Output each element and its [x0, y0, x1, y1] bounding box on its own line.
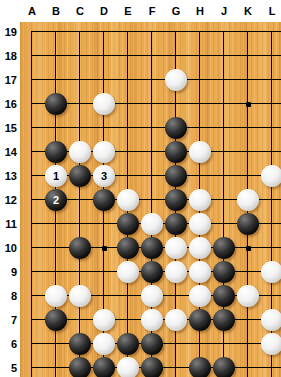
stone-white-E12[interactable]: [117, 189, 139, 211]
intersection-J9[interactable]: [212, 260, 236, 284]
intersection-H18[interactable]: [188, 44, 212, 68]
intersection-A11[interactable]: [20, 212, 44, 236]
intersection-A9[interactable]: [20, 260, 44, 284]
intersection-J14[interactable]: [212, 140, 236, 164]
intersection-J10[interactable]: [212, 236, 236, 260]
intersection-D9[interactable]: [92, 260, 116, 284]
col-label-D: D: [92, 2, 116, 20]
col-label-E: E: [116, 2, 140, 20]
intersection-D11[interactable]: [92, 212, 116, 236]
intersection-A16[interactable]: [20, 92, 44, 116]
intersection-E14[interactable]: [116, 140, 140, 164]
intersection-B18[interactable]: [44, 44, 68, 68]
intersection-E10[interactable]: [116, 236, 140, 260]
stone-white-C14[interactable]: [69, 141, 91, 163]
intersection-A14[interactable]: [20, 140, 44, 164]
intersection-B14[interactable]: [44, 140, 68, 164]
intersection-K18[interactable]: [236, 44, 260, 68]
intersection-D8[interactable]: [92, 284, 116, 308]
intersection-G14[interactable]: [164, 140, 188, 164]
stone-black-F5[interactable]: [141, 357, 163, 377]
intersection-F19[interactable]: [140, 20, 164, 44]
intersection-D10[interactable]: [92, 236, 116, 260]
stone-black-J9[interactable]: [213, 261, 235, 283]
intersection-E8[interactable]: [116, 284, 140, 308]
intersection-E16[interactable]: [116, 92, 140, 116]
intersection-F10[interactable]: [140, 236, 164, 260]
intersection-C5[interactable]: [68, 356, 92, 377]
stone-white-D7[interactable]: [93, 309, 115, 331]
intersection-B16[interactable]: [44, 92, 68, 116]
intersection-F7[interactable]: [140, 308, 164, 332]
stone-white-D6[interactable]: [93, 333, 115, 355]
row-label-6: 6: [0, 332, 17, 356]
intersection-E15[interactable]: [116, 116, 140, 140]
go-board-grid[interactable]: 132: [20, 20, 281, 377]
row-label-19: 19: [0, 20, 17, 44]
stone-white-H12[interactable]: [189, 189, 211, 211]
row-label-12: 12: [0, 188, 17, 212]
intersection-G12[interactable]: [164, 188, 188, 212]
intersection-H9[interactable]: [188, 260, 212, 284]
stone-white-G7[interactable]: [165, 309, 187, 331]
stone-black-J7[interactable]: [213, 309, 235, 331]
intersection-L9[interactable]: [260, 260, 281, 284]
intersection-J5[interactable]: [212, 356, 236, 377]
intersection-C13[interactable]: [68, 164, 92, 188]
stone-white-E5[interactable]: [117, 357, 139, 377]
intersection-H11[interactable]: [188, 212, 212, 236]
intersection-E19[interactable]: [116, 20, 140, 44]
col-label-B: B: [44, 2, 68, 20]
col-label-C: C: [68, 2, 92, 20]
intersection-K14[interactable]: [236, 140, 260, 164]
intersection-A7[interactable]: [20, 308, 44, 332]
stone-black-C6[interactable]: [69, 333, 91, 355]
intersection-H19[interactable]: [188, 20, 212, 44]
go-diagram: ABCDEFGHJKL 1918171615141312111098765 13…: [0, 0, 281, 377]
stone-black-D5[interactable]: [93, 357, 115, 377]
stone-white-B13[interactable]: 1: [45, 165, 67, 187]
stone-black-C13[interactable]: [69, 165, 91, 187]
intersection-G7[interactable]: [164, 308, 188, 332]
intersection-D13[interactable]: 3: [92, 164, 116, 188]
intersection-E11[interactable]: [116, 212, 140, 236]
intersection-F17[interactable]: [140, 68, 164, 92]
stone-white-L7[interactable]: [261, 309, 281, 331]
stone-black-J5[interactable]: [213, 357, 235, 377]
intersection-H7[interactable]: [188, 308, 212, 332]
intersection-C8[interactable]: [68, 284, 92, 308]
intersection-K13[interactable]: [236, 164, 260, 188]
stone-black-J10[interactable]: [213, 237, 235, 259]
stone-black-G15[interactable]: [165, 117, 187, 139]
col-label-F: F: [140, 2, 164, 20]
intersection-G16[interactable]: [164, 92, 188, 116]
intersection-G8[interactable]: [164, 284, 188, 308]
col-label-A: A: [20, 2, 44, 20]
intersection-F11[interactable]: [140, 212, 164, 236]
intersection-L15[interactable]: [260, 116, 281, 140]
stone-white-F7[interactable]: [141, 309, 163, 331]
stone-white-D14[interactable]: [93, 141, 115, 163]
intersection-G6[interactable]: [164, 332, 188, 356]
row-label-5: 5: [0, 356, 17, 377]
intersection-G19[interactable]: [164, 20, 188, 44]
intersection-F9[interactable]: [140, 260, 164, 284]
intersection-L8[interactable]: [260, 284, 281, 308]
stone-white-H11[interactable]: [189, 213, 211, 235]
intersection-J17[interactable]: [212, 68, 236, 92]
intersection-C6[interactable]: [68, 332, 92, 356]
intersection-E18[interactable]: [116, 44, 140, 68]
stone-white-L6[interactable]: [261, 333, 281, 355]
intersection-B11[interactable]: [44, 212, 68, 236]
move-label-3: 3: [101, 171, 107, 182]
intersection-G13[interactable]: [164, 164, 188, 188]
stone-black-C10[interactable]: [69, 237, 91, 259]
stone-white-H9[interactable]: [189, 261, 211, 283]
row-label-8: 8: [0, 284, 17, 308]
row-label-9: 9: [0, 260, 17, 284]
intersection-H16[interactable]: [188, 92, 212, 116]
intersection-A15[interactable]: [20, 116, 44, 140]
intersection-A18[interactable]: [20, 44, 44, 68]
col-label-H: H: [188, 2, 212, 20]
stone-white-K8[interactable]: [237, 285, 259, 307]
intersection-K8[interactable]: [236, 284, 260, 308]
stone-black-G11[interactable]: [165, 213, 187, 235]
intersection-B8[interactable]: [44, 284, 68, 308]
row-label-17: 17: [0, 68, 17, 92]
intersection-L12[interactable]: [260, 188, 281, 212]
intersection-C9[interactable]: [68, 260, 92, 284]
intersection-J16[interactable]: [212, 92, 236, 116]
stone-white-D13[interactable]: 3: [93, 165, 115, 187]
intersection-B10[interactable]: [44, 236, 68, 260]
intersection-J18[interactable]: [212, 44, 236, 68]
intersection-K12[interactable]: [236, 188, 260, 212]
intersection-D7[interactable]: [92, 308, 116, 332]
intersection-J19[interactable]: [212, 20, 236, 44]
intersection-C11[interactable]: [68, 212, 92, 236]
intersection-F16[interactable]: [140, 92, 164, 116]
move-label-2: 2: [53, 195, 59, 206]
stone-black-E11[interactable]: [117, 213, 139, 235]
intersection-K16[interactable]: [236, 92, 260, 116]
star-point-K10: [246, 246, 251, 251]
intersection-L13[interactable]: [260, 164, 281, 188]
intersection-H15[interactable]: [188, 116, 212, 140]
intersection-H6[interactable]: [188, 332, 212, 356]
stone-white-G9[interactable]: [165, 261, 187, 283]
row-label-15: 15: [0, 116, 17, 140]
intersection-H12[interactable]: [188, 188, 212, 212]
star-point-K16: [246, 102, 251, 107]
intersection-F5[interactable]: [140, 356, 164, 377]
stone-white-L9[interactable]: [261, 261, 281, 283]
intersection-C16[interactable]: [68, 92, 92, 116]
intersection-E7[interactable]: [116, 308, 140, 332]
intersection-G9[interactable]: [164, 260, 188, 284]
intersection-L14[interactable]: [260, 140, 281, 164]
stone-black-E6[interactable]: [117, 333, 139, 355]
intersection-F18[interactable]: [140, 44, 164, 68]
stone-black-E10[interactable]: [117, 237, 139, 259]
intersection-F8[interactable]: [140, 284, 164, 308]
intersection-D17[interactable]: [92, 68, 116, 92]
intersection-D19[interactable]: [92, 20, 116, 44]
intersection-K11[interactable]: [236, 212, 260, 236]
intersection-B13[interactable]: 1: [44, 164, 68, 188]
row-label-18: 18: [0, 44, 17, 68]
intersection-K9[interactable]: [236, 260, 260, 284]
intersection-C18[interactable]: [68, 44, 92, 68]
stone-white-K12[interactable]: [237, 189, 259, 211]
col-label-K: K: [236, 2, 260, 20]
col-label-L: L: [260, 2, 281, 20]
stone-black-B12[interactable]: 2: [45, 189, 67, 211]
intersection-A5[interactable]: [20, 356, 44, 377]
stone-black-K11[interactable]: [237, 213, 259, 235]
intersection-A6[interactable]: [20, 332, 44, 356]
intersection-C12[interactable]: [68, 188, 92, 212]
intersection-E5[interactable]: [116, 356, 140, 377]
intersection-J13[interactable]: [212, 164, 236, 188]
intersection-C7[interactable]: [68, 308, 92, 332]
row-label-7: 7: [0, 308, 17, 332]
intersection-J8[interactable]: [212, 284, 236, 308]
intersection-L6[interactable]: [260, 332, 281, 356]
intersection-H5[interactable]: [188, 356, 212, 377]
intersection-G5[interactable]: [164, 356, 188, 377]
stone-black-B14[interactable]: [45, 141, 67, 163]
stone-white-F11[interactable]: [141, 213, 163, 235]
row-label-11: 11: [0, 212, 17, 236]
stone-white-F8[interactable]: [141, 285, 163, 307]
intersection-J11[interactable]: [212, 212, 236, 236]
intersection-B17[interactable]: [44, 68, 68, 92]
intersection-C14[interactable]: [68, 140, 92, 164]
intersection-E12[interactable]: [116, 188, 140, 212]
row-label-13: 13: [0, 164, 17, 188]
stone-black-D12[interactable]: [93, 189, 115, 211]
intersection-A10[interactable]: [20, 236, 44, 260]
intersection-E17[interactable]: [116, 68, 140, 92]
intersection-G15[interactable]: [164, 116, 188, 140]
stone-white-C8[interactable]: [69, 285, 91, 307]
stone-black-G13[interactable]: [165, 165, 187, 187]
intersection-H10[interactable]: [188, 236, 212, 260]
stone-white-B8[interactable]: [45, 285, 67, 307]
intersection-H14[interactable]: [188, 140, 212, 164]
stone-black-F9[interactable]: [141, 261, 163, 283]
intersection-L17[interactable]: [260, 68, 281, 92]
intersection-A19[interactable]: [20, 20, 44, 44]
intersection-E9[interactable]: [116, 260, 140, 284]
stone-white-H14[interactable]: [189, 141, 211, 163]
intersection-D18[interactable]: [92, 44, 116, 68]
intersection-C19[interactable]: [68, 20, 92, 44]
row-label-14: 14: [0, 140, 17, 164]
intersection-J7[interactable]: [212, 308, 236, 332]
intersection-K15[interactable]: [236, 116, 260, 140]
intersection-G17[interactable]: [164, 68, 188, 92]
intersection-G18[interactable]: [164, 44, 188, 68]
intersection-L10[interactable]: [260, 236, 281, 260]
intersection-C15[interactable]: [68, 116, 92, 140]
stone-black-H5[interactable]: [189, 357, 211, 377]
move-label-1: 1: [53, 171, 59, 182]
intersection-A13[interactable]: [20, 164, 44, 188]
intersection-J6[interactable]: [212, 332, 236, 356]
stone-black-H7[interactable]: [189, 309, 211, 331]
intersection-A12[interactable]: [20, 188, 44, 212]
intersection-B19[interactable]: [44, 20, 68, 44]
intersection-E13[interactable]: [116, 164, 140, 188]
col-label-J: J: [212, 2, 236, 20]
intersection-K10[interactable]: [236, 236, 260, 260]
stone-white-H8[interactable]: [189, 285, 211, 307]
intersection-L5[interactable]: [260, 356, 281, 377]
stone-black-B16[interactable]: [45, 93, 67, 115]
stone-white-D16[interactable]: [93, 93, 115, 115]
intersection-H17[interactable]: [188, 68, 212, 92]
intersection-F15[interactable]: [140, 116, 164, 140]
stone-black-G14[interactable]: [165, 141, 187, 163]
intersection-F12[interactable]: [140, 188, 164, 212]
intersection-B6[interactable]: [44, 332, 68, 356]
stone-black-B7[interactable]: [45, 309, 67, 331]
intersection-A17[interactable]: [20, 68, 44, 92]
stone-white-H10[interactable]: [189, 237, 211, 259]
intersection-D6[interactable]: [92, 332, 116, 356]
star-point-D10: [102, 246, 107, 251]
row-label-10: 10: [0, 236, 17, 260]
intersection-D14[interactable]: [92, 140, 116, 164]
stone-white-G17[interactable]: [165, 69, 187, 91]
stone-black-F6[interactable]: [141, 333, 163, 355]
intersection-D15[interactable]: [92, 116, 116, 140]
stone-black-J8[interactable]: [213, 285, 235, 307]
intersection-G10[interactable]: [164, 236, 188, 260]
intersection-A8[interactable]: [20, 284, 44, 308]
intersection-F14[interactable]: [140, 140, 164, 164]
intersection-B12[interactable]: 2: [44, 188, 68, 212]
stone-white-G10[interactable]: [165, 237, 187, 259]
intersection-K19[interactable]: [236, 20, 260, 44]
intersection-K5[interactable]: [236, 356, 260, 377]
intersection-C17[interactable]: [68, 68, 92, 92]
stone-white-E9[interactable]: [117, 261, 139, 283]
intersection-F13[interactable]: [140, 164, 164, 188]
intersection-G11[interactable]: [164, 212, 188, 236]
intersection-H13[interactable]: [188, 164, 212, 188]
intersection-E6[interactable]: [116, 332, 140, 356]
row-label-16: 16: [0, 92, 17, 116]
intersection-C10[interactable]: [68, 236, 92, 260]
intersection-L18[interactable]: [260, 44, 281, 68]
intersection-J15[interactable]: [212, 116, 236, 140]
intersection-J12[interactable]: [212, 188, 236, 212]
intersection-K17[interactable]: [236, 68, 260, 92]
intersection-B9[interactable]: [44, 260, 68, 284]
intersection-B5[interactable]: [44, 356, 68, 377]
intersection-B7[interactable]: [44, 308, 68, 332]
intersection-D12[interactable]: [92, 188, 116, 212]
intersection-D16[interactable]: [92, 92, 116, 116]
stone-black-C5[interactable]: [69, 357, 91, 377]
stone-black-G12[interactable]: [165, 189, 187, 211]
intersection-K6[interactable]: [236, 332, 260, 356]
intersection-L7[interactable]: [260, 308, 281, 332]
intersection-B15[interactable]: [44, 116, 68, 140]
intersection-L16[interactable]: [260, 92, 281, 116]
intersection-F6[interactable]: [140, 332, 164, 356]
stone-black-F10[interactable]: [141, 237, 163, 259]
col-label-G: G: [164, 2, 188, 20]
intersection-H8[interactable]: [188, 284, 212, 308]
intersection-L11[interactable]: [260, 212, 281, 236]
intersection-K7[interactable]: [236, 308, 260, 332]
stone-white-L13[interactable]: [261, 165, 281, 187]
intersection-D5[interactable]: [92, 356, 116, 377]
intersection-L19[interactable]: [260, 20, 281, 44]
